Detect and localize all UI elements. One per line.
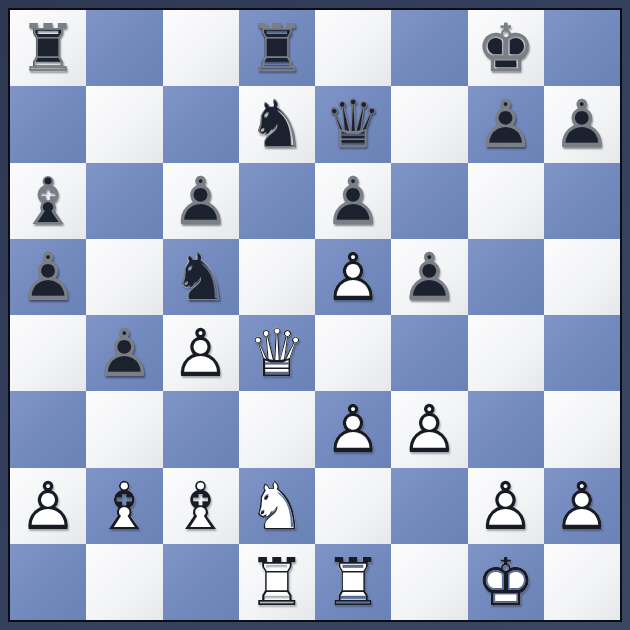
- white-rook[interactable]: ♜♖: [239, 544, 315, 620]
- white-pawn[interactable]: ♟♙: [10, 468, 86, 544]
- square-h3[interactable]: [544, 391, 620, 467]
- black-pawn-outline: ♙: [86, 316, 162, 391]
- black-pawn[interactable]: ♟♙: [10, 239, 86, 315]
- square-e1[interactable]: ♜♖: [315, 544, 391, 620]
- black-king[interactable]: ♚♔: [468, 10, 544, 86]
- black-pawn[interactable]: ♟♙: [315, 163, 391, 239]
- square-c7[interactable]: [163, 86, 239, 162]
- square-c6[interactable]: ♟♙: [163, 163, 239, 239]
- square-g2[interactable]: ♟♙: [468, 468, 544, 544]
- square-a8[interactable]: ♜♖: [10, 10, 86, 86]
- chess-board: ♜♖♜♖♚♔♞♘♛♕♟♙♟♙♝♗♟♙♟♙♟♙♞♘♟♙♟♙♟♙♟♙♛♕♟♙♟♙♟♙…: [10, 10, 620, 620]
- square-f5[interactable]: ♟♙: [391, 239, 467, 315]
- white-rook[interactable]: ♜♖: [315, 544, 391, 620]
- black-pawn[interactable]: ♟♙: [391, 239, 467, 315]
- square-d3[interactable]: [239, 391, 315, 467]
- square-a1[interactable]: [10, 544, 86, 620]
- square-f6[interactable]: [391, 163, 467, 239]
- board-frame: ♜♖♜♖♚♔♞♘♛♕♟♙♟♙♝♗♟♙♟♙♟♙♞♘♟♙♟♙♟♙♟♙♛♕♟♙♟♙♟♙…: [0, 0, 630, 630]
- black-knight-outline: ♘: [239, 87, 315, 162]
- black-rook[interactable]: ♜♖: [10, 10, 86, 86]
- square-a2[interactable]: ♟♙: [10, 468, 86, 544]
- square-b8[interactable]: [86, 10, 162, 86]
- square-h8[interactable]: [544, 10, 620, 86]
- black-queen-outline: ♕: [315, 87, 391, 162]
- square-c3[interactable]: [163, 391, 239, 467]
- square-h4[interactable]: [544, 315, 620, 391]
- square-a5[interactable]: ♟♙: [10, 239, 86, 315]
- square-h6[interactable]: [544, 163, 620, 239]
- square-e6[interactable]: ♟♙: [315, 163, 391, 239]
- black-pawn-outline: ♙: [391, 240, 467, 315]
- black-bishop[interactable]: ♝♗: [10, 163, 86, 239]
- white-queen-outline: ♕: [239, 316, 315, 391]
- white-bishop-outline: ♗: [163, 469, 239, 544]
- square-a7[interactable]: [10, 86, 86, 162]
- square-d6[interactable]: [239, 163, 315, 239]
- black-queen[interactable]: ♛♕: [315, 86, 391, 162]
- square-g6[interactable]: [468, 163, 544, 239]
- white-rook-outline: ♖: [239, 545, 315, 620]
- square-c1[interactable]: [163, 544, 239, 620]
- white-king-outline: ♔: [468, 545, 544, 620]
- black-pawn-outline: ♙: [10, 240, 86, 315]
- square-b4[interactable]: ♟♙: [86, 315, 162, 391]
- square-e3[interactable]: ♟♙: [315, 391, 391, 467]
- square-c4[interactable]: ♟♙: [163, 315, 239, 391]
- square-h2[interactable]: ♟♙: [544, 468, 620, 544]
- white-pawn-outline: ♙: [163, 316, 239, 391]
- square-e5[interactable]: ♟♙: [315, 239, 391, 315]
- white-pawn-outline: ♙: [391, 392, 467, 467]
- black-rook-outline: ♖: [10, 11, 86, 86]
- white-pawn[interactable]: ♟♙: [163, 315, 239, 391]
- black-pawn[interactable]: ♟♙: [86, 315, 162, 391]
- square-h5[interactable]: [544, 239, 620, 315]
- white-knight[interactable]: ♞♘: [239, 468, 315, 544]
- black-pawn[interactable]: ♟♙: [468, 86, 544, 162]
- white-bishop[interactable]: ♝♗: [86, 468, 162, 544]
- square-c8[interactable]: [163, 10, 239, 86]
- square-f4[interactable]: [391, 315, 467, 391]
- black-pawn-outline: ♙: [468, 87, 544, 162]
- square-g7[interactable]: ♟♙: [468, 86, 544, 162]
- white-king[interactable]: ♚♔: [468, 544, 544, 620]
- white-pawn[interactable]: ♟♙: [544, 468, 620, 544]
- square-b5[interactable]: [86, 239, 162, 315]
- square-c2[interactable]: ♝♗: [163, 468, 239, 544]
- black-pawn[interactable]: ♟♙: [163, 163, 239, 239]
- square-g8[interactable]: ♚♔: [468, 10, 544, 86]
- white-pawn-outline: ♙: [315, 240, 391, 315]
- black-pawn[interactable]: ♟♙: [544, 86, 620, 162]
- white-pawn[interactable]: ♟♙: [468, 468, 544, 544]
- square-d4[interactable]: ♛♕: [239, 315, 315, 391]
- square-h7[interactable]: ♟♙: [544, 86, 620, 162]
- white-pawn-outline: ♙: [10, 469, 86, 544]
- square-b2[interactable]: ♝♗: [86, 468, 162, 544]
- black-king-outline: ♔: [468, 11, 544, 86]
- square-d7[interactable]: ♞♘: [239, 86, 315, 162]
- square-a6[interactable]: ♝♗: [10, 163, 86, 239]
- square-e7[interactable]: ♛♕: [315, 86, 391, 162]
- square-d8[interactable]: ♜♖: [239, 10, 315, 86]
- square-c5[interactable]: ♞♘: [163, 239, 239, 315]
- white-pawn-outline: ♙: [468, 469, 544, 544]
- white-pawn-outline: ♙: [544, 469, 620, 544]
- black-pawn-outline: ♙: [163, 164, 239, 239]
- square-g5[interactable]: [468, 239, 544, 315]
- white-pawn-outline: ♙: [315, 392, 391, 467]
- square-e8[interactable]: [315, 10, 391, 86]
- black-pawn-outline: ♙: [544, 87, 620, 162]
- white-rook-outline: ♖: [315, 545, 391, 620]
- square-a3[interactable]: [10, 391, 86, 467]
- square-d1[interactable]: ♜♖: [239, 544, 315, 620]
- square-e4[interactable]: [315, 315, 391, 391]
- square-a4[interactable]: [10, 315, 86, 391]
- square-g4[interactable]: [468, 315, 544, 391]
- white-pawn[interactable]: ♟♙: [391, 391, 467, 467]
- square-f2[interactable]: [391, 468, 467, 544]
- black-knight[interactable]: ♞♘: [239, 86, 315, 162]
- square-b3[interactable]: [86, 391, 162, 467]
- black-pawn-outline: ♙: [315, 164, 391, 239]
- black-rook[interactable]: ♜♖: [239, 10, 315, 86]
- black-knight[interactable]: ♞♘: [163, 239, 239, 315]
- square-h1[interactable]: [544, 544, 620, 620]
- square-d5[interactable]: [239, 239, 315, 315]
- square-f7[interactable]: [391, 86, 467, 162]
- white-pawn[interactable]: ♟♙: [315, 239, 391, 315]
- square-g3[interactable]: [468, 391, 544, 467]
- black-knight-outline: ♘: [163, 240, 239, 315]
- white-bishop-outline: ♗: [86, 469, 162, 544]
- white-bishop[interactable]: ♝♗: [163, 468, 239, 544]
- black-bishop-outline: ♗: [10, 164, 86, 239]
- square-e2[interactable]: [315, 468, 391, 544]
- square-b6[interactable]: [86, 163, 162, 239]
- square-b7[interactable]: [86, 86, 162, 162]
- white-pawn[interactable]: ♟♙: [315, 391, 391, 467]
- square-d2[interactable]: ♞♘: [239, 468, 315, 544]
- black-rook-outline: ♖: [239, 11, 315, 86]
- square-f1[interactable]: [391, 544, 467, 620]
- square-b1[interactable]: [86, 544, 162, 620]
- white-queen[interactable]: ♛♕: [239, 315, 315, 391]
- white-knight-outline: ♘: [239, 469, 315, 544]
- square-f3[interactable]: ♟♙: [391, 391, 467, 467]
- square-f8[interactable]: [391, 10, 467, 86]
- square-g1[interactable]: ♚♔: [468, 544, 544, 620]
